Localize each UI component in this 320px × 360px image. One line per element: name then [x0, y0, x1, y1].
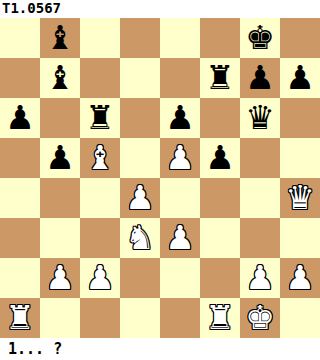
square-h1[interactable] [280, 298, 320, 338]
white-pawn[interactable]: ♟ [45, 258, 75, 298]
square-h2[interactable]: ♟ [280, 258, 320, 298]
square-e1[interactable] [160, 298, 200, 338]
black-pawn[interactable]: ♟ [205, 138, 235, 178]
square-c2[interactable]: ♟ [80, 258, 120, 298]
square-g4[interactable] [240, 178, 280, 218]
black-pawn[interactable]: ♟ [5, 98, 35, 138]
white-pawn[interactable]: ♟ [285, 258, 315, 298]
square-b3[interactable] [40, 218, 80, 258]
black-rook[interactable]: ♜ [85, 98, 115, 138]
white-king[interactable]: ♚ [245, 298, 275, 338]
square-g5[interactable] [240, 138, 280, 178]
square-c1[interactable] [80, 298, 120, 338]
white-pawn[interactable]: ♟ [85, 258, 115, 298]
square-d8[interactable] [120, 18, 160, 58]
black-queen[interactable]: ♛ [245, 98, 275, 138]
white-rook[interactable]: ♜ [5, 298, 35, 338]
square-c5[interactable]: ♝ [80, 138, 120, 178]
black-pawn[interactable]: ♟ [245, 58, 275, 98]
black-bishop[interactable]: ♝ [45, 58, 75, 98]
white-bishop[interactable]: ♝ [85, 138, 115, 178]
square-c8[interactable] [80, 18, 120, 58]
square-d6[interactable] [120, 98, 160, 138]
square-b2[interactable]: ♟ [40, 258, 80, 298]
black-king[interactable]: ♚ [245, 18, 275, 58]
white-pawn[interactable]: ♟ [165, 138, 195, 178]
white-knight[interactable]: ♞ [125, 218, 155, 258]
square-e2[interactable] [160, 258, 200, 298]
black-pawn[interactable]: ♟ [285, 58, 315, 98]
square-h5[interactable] [280, 138, 320, 178]
square-a7[interactable] [0, 58, 40, 98]
square-f6[interactable] [200, 98, 240, 138]
square-f1[interactable]: ♜ [200, 298, 240, 338]
white-queen[interactable]: ♛ [285, 178, 315, 218]
square-g1[interactable]: ♚ [240, 298, 280, 338]
square-f4[interactable] [200, 178, 240, 218]
square-d2[interactable] [120, 258, 160, 298]
black-rook[interactable]: ♜ [205, 58, 235, 98]
square-e7[interactable] [160, 58, 200, 98]
square-a3[interactable] [0, 218, 40, 258]
square-h4[interactable]: ♛ [280, 178, 320, 218]
chess-board: ♝♚♝♜♟♟♟♜♟♛♟♝♟♟♟♛♞♟♟♟♟♟♜♜♚ [0, 18, 320, 338]
square-e8[interactable] [160, 18, 200, 58]
square-c7[interactable] [80, 58, 120, 98]
square-h3[interactable] [280, 218, 320, 258]
square-a1[interactable]: ♜ [0, 298, 40, 338]
square-d7[interactable] [120, 58, 160, 98]
square-g6[interactable]: ♛ [240, 98, 280, 138]
square-b4[interactable] [40, 178, 80, 218]
square-c4[interactable] [80, 178, 120, 218]
square-f7[interactable]: ♜ [200, 58, 240, 98]
black-pawn[interactable]: ♟ [165, 98, 195, 138]
square-g7[interactable]: ♟ [240, 58, 280, 98]
square-e4[interactable] [160, 178, 200, 218]
square-e5[interactable]: ♟ [160, 138, 200, 178]
black-pawn[interactable]: ♟ [45, 138, 75, 178]
square-f8[interactable] [200, 18, 240, 58]
square-d3[interactable]: ♞ [120, 218, 160, 258]
square-f3[interactable] [200, 218, 240, 258]
black-bishop[interactable]: ♝ [45, 18, 75, 58]
exercise-title: T1.0567 [0, 0, 320, 18]
square-h6[interactable] [280, 98, 320, 138]
square-a8[interactable] [0, 18, 40, 58]
square-g8[interactable]: ♚ [240, 18, 280, 58]
square-c6[interactable]: ♜ [80, 98, 120, 138]
white-rook[interactable]: ♜ [205, 298, 235, 338]
square-f5[interactable]: ♟ [200, 138, 240, 178]
square-b1[interactable] [40, 298, 80, 338]
square-b6[interactable] [40, 98, 80, 138]
square-a5[interactable] [0, 138, 40, 178]
square-f2[interactable] [200, 258, 240, 298]
square-d4[interactable]: ♟ [120, 178, 160, 218]
square-b7[interactable]: ♝ [40, 58, 80, 98]
square-h7[interactable]: ♟ [280, 58, 320, 98]
square-c3[interactable] [80, 218, 120, 258]
square-a6[interactable]: ♟ [0, 98, 40, 138]
square-d1[interactable] [120, 298, 160, 338]
square-b5[interactable]: ♟ [40, 138, 80, 178]
square-g3[interactable] [240, 218, 280, 258]
square-b8[interactable]: ♝ [40, 18, 80, 58]
white-pawn[interactable]: ♟ [125, 178, 155, 218]
white-pawn[interactable]: ♟ [165, 218, 195, 258]
square-e3[interactable]: ♟ [160, 218, 200, 258]
square-a4[interactable] [0, 178, 40, 218]
square-d5[interactable] [120, 138, 160, 178]
square-h8[interactable] [280, 18, 320, 58]
square-a2[interactable] [0, 258, 40, 298]
square-e6[interactable]: ♟ [160, 98, 200, 138]
square-g2[interactable]: ♟ [240, 258, 280, 298]
white-pawn[interactable]: ♟ [245, 258, 275, 298]
move-prompt: 1... ? [0, 338, 320, 360]
